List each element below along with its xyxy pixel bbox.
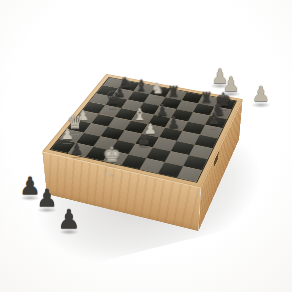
piece-dark-pawn-table-left-2[interactable]: ♟: [36, 186, 58, 210]
piece-dark-rook-e8[interactable]: ♜: [167, 85, 180, 99]
piece-silver-pawn-table-right-3[interactable]: ♟: [252, 84, 271, 105]
piece-silver-king-d1[interactable]: ♚: [103, 144, 122, 165]
piece-dark-bishop-c8[interactable]: ♝: [135, 78, 148, 93]
piece-dark-pawn-e3[interactable]: ♟: [137, 132, 150, 147]
square-g1[interactable]: [158, 162, 183, 178]
piece-dark-pawn-table-left-3[interactable]: ♟: [57, 206, 80, 232]
piece-dark-pawn-b1[interactable]: ♟: [70, 141, 83, 156]
piece-dark-pawn-f5[interactable]: ♟: [167, 116, 180, 130]
chess-set-photo: ♞♝♞♜♜♚♟♞♛♟♝♝♟♟♟♛♟♟♟♚ ♟♟♟♟♟♟: [0, 0, 292, 292]
square-h1[interactable]: [177, 166, 202, 182]
chess-box: ♞♝♞♜♜♚♟♞♛♟♝♝♟♟♟♛♟♟♟♚: [42, 74, 243, 187]
piece-dark-queen-b6[interactable]: ♛: [105, 90, 121, 107]
piece-silver-pawn-table-right-2[interactable]: ♟: [222, 74, 240, 94]
piece-silver-knight-d8[interactable]: ♞: [151, 81, 165, 96]
piece-dark-bishop-h6[interactable]: ♝: [207, 111, 221, 127]
